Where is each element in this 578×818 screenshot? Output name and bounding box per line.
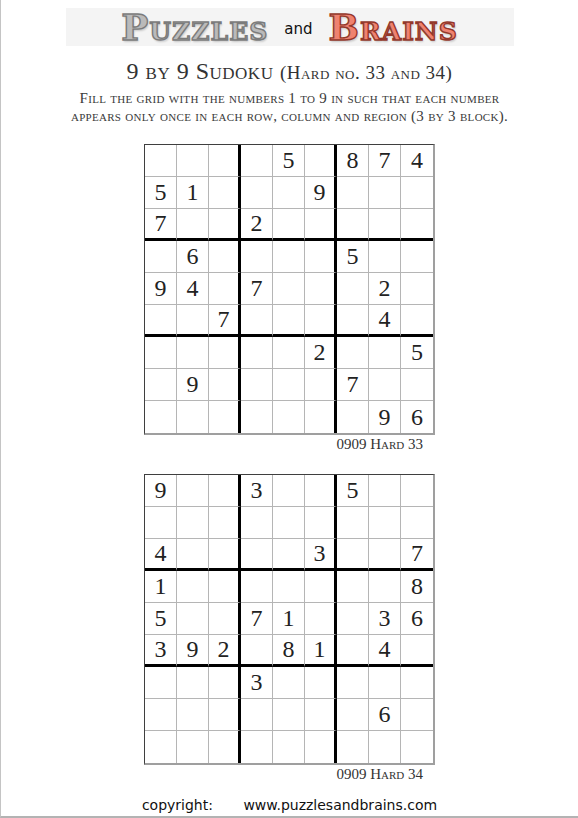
- cell-r4c2: [177, 571, 209, 603]
- cell-r1c4: 3: [241, 475, 273, 507]
- cell-r6c4: [241, 635, 273, 667]
- cell-r4c5: [273, 241, 305, 273]
- cell-r6c7: [337, 635, 369, 667]
- cell-r4c6: [305, 241, 337, 273]
- cell-r8c8: 6: [369, 699, 401, 731]
- cell-r5c4: 7: [241, 273, 273, 305]
- cell-r5c8: 2: [369, 273, 401, 305]
- cell-r8c6: [305, 699, 337, 731]
- cell-r2c1: [145, 507, 177, 539]
- cell-r2c4: [241, 507, 273, 539]
- cell-r7c2: [177, 337, 209, 369]
- cell-r8c4: [241, 369, 273, 401]
- cell-r7c8: [369, 337, 401, 369]
- cell-r9c1: [145, 731, 177, 763]
- cell-r9c4: [241, 401, 273, 433]
- cell-r9c9: [401, 731, 433, 763]
- cell-r8c2: 9: [177, 369, 209, 401]
- cell-r1c6: [305, 475, 337, 507]
- cell-r9c2: [177, 731, 209, 763]
- cell-r3c8: [369, 539, 401, 571]
- cell-r3c9: 7: [401, 539, 433, 571]
- cell-r8c9: [401, 699, 433, 731]
- cell-r3c7: [337, 209, 369, 241]
- cell-r1c8: [369, 475, 401, 507]
- cell-r6c4: [241, 305, 273, 337]
- cell-r8c6: [305, 369, 337, 401]
- cell-r2c2: [177, 507, 209, 539]
- puzzle-caption-34: 0909 Hard 34: [144, 766, 435, 783]
- cell-r7c1: [145, 337, 177, 369]
- logo-puzzles: Puzzles: [121, 8, 268, 46]
- cell-r9c3: [209, 401, 241, 433]
- cell-r2c6: 9: [305, 177, 337, 209]
- cell-r1c5: [273, 475, 305, 507]
- cell-r2c4: [241, 177, 273, 209]
- cell-r6c8: 4: [369, 305, 401, 337]
- cell-r7c4: 3: [241, 667, 273, 699]
- cell-r6c1: [145, 305, 177, 337]
- cell-r5c7: [337, 603, 369, 635]
- cell-r2c5: [273, 507, 305, 539]
- cell-r3c1: 4: [145, 539, 177, 571]
- cell-r9c2: [177, 401, 209, 433]
- cell-r2c2: 1: [177, 177, 209, 209]
- cell-r9c6: [305, 401, 337, 433]
- cell-r1c9: [401, 475, 433, 507]
- cell-r4c9: [401, 241, 433, 273]
- cell-r3c3: [209, 209, 241, 241]
- cell-r7c6: 2: [305, 337, 337, 369]
- cell-r8c5: [273, 699, 305, 731]
- cell-r1c4: [241, 145, 273, 177]
- cell-r8c8: [369, 369, 401, 401]
- cell-r9c3: [209, 731, 241, 763]
- cell-r2c5: [273, 177, 305, 209]
- copyright-label: copyright:: [142, 797, 213, 813]
- instructions-line-2: appears only once in each row, column an…: [1, 108, 578, 126]
- footer: copyright: www.puzzlesandbrains.com: [1, 797, 578, 813]
- cell-r3c2: [177, 539, 209, 571]
- logo-and: and: [284, 16, 312, 38]
- cell-r1c7: 8: [337, 145, 369, 177]
- cell-r6c9: [401, 635, 433, 667]
- cell-r9c6: [305, 731, 337, 763]
- cell-r6c6: 1: [305, 635, 337, 667]
- cell-r9c7: [337, 401, 369, 433]
- cell-r5c6: [305, 273, 337, 305]
- cell-r1c2: [177, 145, 209, 177]
- cell-r9c8: 9: [369, 401, 401, 433]
- cell-r8c2: [177, 699, 209, 731]
- cell-r3c6: 3: [305, 539, 337, 571]
- cell-r6c8: 4: [369, 635, 401, 667]
- cell-r5c5: 1: [273, 603, 305, 635]
- cell-r4c8: [369, 571, 401, 603]
- cell-r4c3: [209, 571, 241, 603]
- cell-r7c7: [337, 337, 369, 369]
- cell-r5c3: [209, 603, 241, 635]
- cell-r2c7: [337, 507, 369, 539]
- cell-r4c4: [241, 241, 273, 273]
- cell-r9c7: [337, 731, 369, 763]
- cell-r3c5: [273, 209, 305, 241]
- cell-r5c1: 5: [145, 603, 177, 635]
- cell-r3c2: [177, 209, 209, 241]
- cell-r5c7: [337, 273, 369, 305]
- cell-r5c2: 4: [177, 273, 209, 305]
- cell-r9c5: [273, 401, 305, 433]
- cell-r7c3: [209, 337, 241, 369]
- cell-r7c5: [273, 667, 305, 699]
- page: Puzzles and Brains 9 by 9 Sudoku (Hard n…: [0, 0, 578, 818]
- puzzle-hard-34: 935437185713639281436 0909 Hard 34: [144, 474, 435, 783]
- website-url: www.puzzlesandbrains.com: [243, 797, 437, 813]
- cell-r7c7: [337, 667, 369, 699]
- cell-r5c3: [209, 273, 241, 305]
- cell-r7c2: [177, 667, 209, 699]
- cell-r2c9: [401, 177, 433, 209]
- cell-r1c5: 5: [273, 145, 305, 177]
- cell-r9c4: [241, 731, 273, 763]
- cell-r8c1: [145, 699, 177, 731]
- cell-r3c8: [369, 209, 401, 241]
- cell-r8c5: [273, 369, 305, 401]
- cell-r3c4: [241, 539, 273, 571]
- cell-r6c2: 9: [177, 635, 209, 667]
- cell-r4c5: [273, 571, 305, 603]
- cell-r5c8: 3: [369, 603, 401, 635]
- cell-r5c9: 6: [401, 603, 433, 635]
- sudoku-grid-hard-33: 58745197265947274259796: [144, 144, 435, 435]
- cell-r6c6: [305, 305, 337, 337]
- puzzle-hard-33: 58745197265947274259796 0909 Hard 33: [144, 144, 435, 453]
- cell-r5c1: 9: [145, 273, 177, 305]
- cell-r6c3: 7: [209, 305, 241, 337]
- cell-r2c1: 5: [145, 177, 177, 209]
- cell-r2c6: [305, 507, 337, 539]
- logo-brains: Brains: [329, 8, 458, 46]
- cell-r3c3: [209, 539, 241, 571]
- cell-r6c3: 2: [209, 635, 241, 667]
- cell-r6c1: 3: [145, 635, 177, 667]
- cell-r5c6: [305, 603, 337, 635]
- cell-r6c7: [337, 305, 369, 337]
- cell-r1c2: [177, 475, 209, 507]
- cell-r8c3: [209, 699, 241, 731]
- page-title: 9 by 9 Sudoku (Hard no. 33 and 34): [1, 58, 578, 86]
- cell-r4c9: 8: [401, 571, 433, 603]
- cell-r2c9: [401, 507, 433, 539]
- instructions-line-1: Fill the grid with the numbers 1 to 9 in…: [1, 90, 578, 108]
- cell-r1c8: 7: [369, 145, 401, 177]
- cell-r9c5: [273, 731, 305, 763]
- cell-r1c9: 4: [401, 145, 433, 177]
- cell-r9c8: [369, 731, 401, 763]
- cell-r6c5: 8: [273, 635, 305, 667]
- cell-r4c8: [369, 241, 401, 273]
- cell-r7c1: [145, 667, 177, 699]
- sudoku-grid-hard-34: 935437185713639281436: [144, 474, 435, 765]
- cell-r2c3: [209, 177, 241, 209]
- cell-r6c5: [273, 305, 305, 337]
- cell-r3c1: 7: [145, 209, 177, 241]
- cell-r1c3: [209, 145, 241, 177]
- cell-r1c1: [145, 145, 177, 177]
- cell-r4c1: [145, 241, 177, 273]
- cell-r4c7: 5: [337, 241, 369, 273]
- cell-r4c2: 6: [177, 241, 209, 273]
- cell-r4c1: 1: [145, 571, 177, 603]
- cell-r5c5: [273, 273, 305, 305]
- cell-r8c7: 7: [337, 369, 369, 401]
- cell-r2c7: [337, 177, 369, 209]
- cell-r1c1: 9: [145, 475, 177, 507]
- cell-r2c3: [209, 507, 241, 539]
- cell-r9c1: [145, 401, 177, 433]
- cell-r2c8: [369, 507, 401, 539]
- cell-r3c6: [305, 209, 337, 241]
- cell-r7c6: [305, 667, 337, 699]
- cell-r7c9: [401, 667, 433, 699]
- cell-r7c4: [241, 337, 273, 369]
- title-suffix: (Hard no. 33 and 34): [280, 62, 453, 83]
- cell-r8c1: [145, 369, 177, 401]
- instructions: Fill the grid with the numbers 1 to 9 in…: [1, 90, 578, 125]
- puzzle-caption-33: 0909 Hard 33: [144, 436, 435, 453]
- cell-r8c9: [401, 369, 433, 401]
- cell-r1c7: 5: [337, 475, 369, 507]
- cell-r2c8: [369, 177, 401, 209]
- cell-r5c2: [177, 603, 209, 635]
- cell-r4c3: [209, 241, 241, 273]
- cell-r3c5: [273, 539, 305, 571]
- cell-r8c7: [337, 699, 369, 731]
- logo-banner: Puzzles and Brains: [66, 8, 514, 46]
- cell-r8c4: [241, 699, 273, 731]
- cell-r5c4: 7: [241, 603, 273, 635]
- cell-r3c4: 2: [241, 209, 273, 241]
- title-main: 9 by 9 Sudoku: [127, 58, 274, 84]
- cell-r4c6: [305, 571, 337, 603]
- cell-r9c9: 6: [401, 401, 433, 433]
- cell-r4c4: [241, 571, 273, 603]
- cell-r4c7: [337, 571, 369, 603]
- cell-r1c6: [305, 145, 337, 177]
- cell-r3c9: [401, 209, 433, 241]
- cell-r6c2: [177, 305, 209, 337]
- cell-r1c3: [209, 475, 241, 507]
- cell-r7c5: [273, 337, 305, 369]
- cell-r6c9: [401, 305, 433, 337]
- cell-r3c7: [337, 539, 369, 571]
- cell-r5c9: [401, 273, 433, 305]
- cell-r7c8: [369, 667, 401, 699]
- cell-r7c3: [209, 667, 241, 699]
- cell-r8c3: [209, 369, 241, 401]
- cell-r7c9: 5: [401, 337, 433, 369]
